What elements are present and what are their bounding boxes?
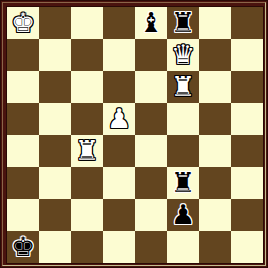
square-a3[interactable] bbox=[7, 167, 39, 199]
square-b8[interactable] bbox=[39, 7, 71, 39]
square-c7[interactable] bbox=[71, 39, 103, 71]
square-g3[interactable] bbox=[199, 167, 231, 199]
square-d7[interactable] bbox=[103, 39, 135, 71]
square-c8[interactable] bbox=[71, 7, 103, 39]
square-e3[interactable] bbox=[135, 167, 167, 199]
square-b2[interactable] bbox=[39, 199, 71, 231]
board-frame: ♚♝♜♛♜♟♜♜♟♚ bbox=[0, 0, 268, 268]
square-h7[interactable] bbox=[231, 39, 263, 71]
square-c3[interactable] bbox=[71, 167, 103, 199]
square-d8[interactable] bbox=[103, 7, 135, 39]
square-d2[interactable] bbox=[103, 199, 135, 231]
square-e8[interactable]: ♝ bbox=[135, 7, 167, 39]
black-king[interactable]: ♚ bbox=[7, 231, 39, 263]
square-f7[interactable]: ♛ bbox=[167, 39, 199, 71]
square-d5[interactable]: ♟ bbox=[103, 103, 135, 135]
square-d6[interactable] bbox=[103, 71, 135, 103]
square-b6[interactable] bbox=[39, 71, 71, 103]
black-bishop[interactable]: ♝ bbox=[135, 7, 167, 39]
white-rook[interactable]: ♜ bbox=[167, 71, 199, 103]
square-g4[interactable] bbox=[199, 135, 231, 167]
square-h4[interactable] bbox=[231, 135, 263, 167]
square-a8[interactable]: ♚ bbox=[7, 7, 39, 39]
square-e7[interactable] bbox=[135, 39, 167, 71]
square-b5[interactable] bbox=[39, 103, 71, 135]
square-h8[interactable] bbox=[231, 7, 263, 39]
square-d1[interactable] bbox=[103, 231, 135, 263]
square-g5[interactable] bbox=[199, 103, 231, 135]
square-d3[interactable] bbox=[103, 167, 135, 199]
square-e1[interactable] bbox=[135, 231, 167, 263]
square-c1[interactable] bbox=[71, 231, 103, 263]
square-h2[interactable] bbox=[231, 199, 263, 231]
square-h6[interactable] bbox=[231, 71, 263, 103]
square-c4[interactable]: ♜ bbox=[71, 135, 103, 167]
square-h1[interactable] bbox=[231, 231, 263, 263]
square-a6[interactable] bbox=[7, 71, 39, 103]
black-rook[interactable]: ♜ bbox=[167, 167, 199, 199]
square-b3[interactable] bbox=[39, 167, 71, 199]
square-a4[interactable] bbox=[7, 135, 39, 167]
square-b4[interactable] bbox=[39, 135, 71, 167]
square-h3[interactable] bbox=[231, 167, 263, 199]
square-g7[interactable] bbox=[199, 39, 231, 71]
square-f1[interactable] bbox=[167, 231, 199, 263]
black-pawn[interactable]: ♟ bbox=[167, 199, 199, 231]
white-queen[interactable]: ♛ bbox=[167, 39, 199, 71]
square-a1[interactable]: ♚ bbox=[7, 231, 39, 263]
square-e6[interactable] bbox=[135, 71, 167, 103]
square-f5[interactable] bbox=[167, 103, 199, 135]
square-f3[interactable]: ♜ bbox=[167, 167, 199, 199]
square-a5[interactable] bbox=[7, 103, 39, 135]
square-d4[interactable] bbox=[103, 135, 135, 167]
square-g2[interactable] bbox=[199, 199, 231, 231]
square-c5[interactable] bbox=[71, 103, 103, 135]
square-h5[interactable] bbox=[231, 103, 263, 135]
square-g8[interactable] bbox=[199, 7, 231, 39]
chess-board[interactable]: ♚♝♜♛♜♟♜♜♟♚ bbox=[6, 6, 264, 264]
square-g1[interactable] bbox=[199, 231, 231, 263]
square-f8[interactable]: ♜ bbox=[167, 7, 199, 39]
square-a7[interactable] bbox=[7, 39, 39, 71]
square-f4[interactable] bbox=[167, 135, 199, 167]
square-c2[interactable] bbox=[71, 199, 103, 231]
white-king[interactable]: ♚ bbox=[7, 7, 39, 39]
square-f6[interactable]: ♜ bbox=[167, 71, 199, 103]
square-e5[interactable] bbox=[135, 103, 167, 135]
black-rook[interactable]: ♜ bbox=[167, 7, 199, 39]
square-f2[interactable]: ♟ bbox=[167, 199, 199, 231]
white-pawn[interactable]: ♟ bbox=[103, 103, 135, 135]
white-rook[interactable]: ♜ bbox=[71, 135, 103, 167]
square-e2[interactable] bbox=[135, 199, 167, 231]
square-a2[interactable] bbox=[7, 199, 39, 231]
square-b1[interactable] bbox=[39, 231, 71, 263]
square-e4[interactable] bbox=[135, 135, 167, 167]
square-g6[interactable] bbox=[199, 71, 231, 103]
square-c6[interactable] bbox=[71, 71, 103, 103]
square-b7[interactable] bbox=[39, 39, 71, 71]
